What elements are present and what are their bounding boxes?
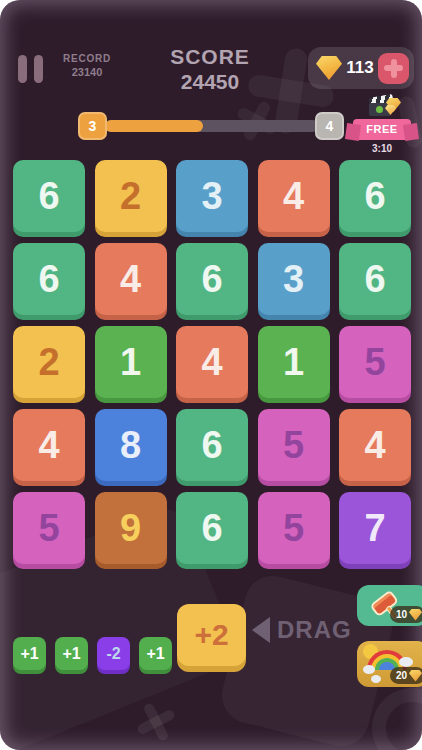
free-ribbon: FREE xyxy=(353,119,411,140)
record-label: RECORD xyxy=(48,53,126,64)
queue-tile-3: -2 xyxy=(97,637,130,670)
pause-button[interactable] xyxy=(18,55,46,83)
grid-tile-r4c1[interactable]: 4 xyxy=(13,409,85,481)
rainbow-cost-badge: 20 xyxy=(390,667,422,684)
grid-tile-r3c5[interactable]: 5 xyxy=(339,326,411,398)
free-timer: 3:10 xyxy=(350,143,414,154)
drag-label: DRAG xyxy=(277,616,352,644)
queue-tile-1: +1 xyxy=(13,637,46,670)
grid-tile-r4c3[interactable]: 6 xyxy=(176,409,248,481)
gem-icon xyxy=(409,609,422,621)
queue-tile-2: +1 xyxy=(55,637,88,670)
grid-tile-r3c1[interactable]: 2 xyxy=(13,326,85,398)
gem-icon xyxy=(409,670,422,682)
rainbow-booster-button[interactable]: 20 xyxy=(357,641,422,687)
grid-tile-r2c3[interactable]: 6 xyxy=(176,243,248,315)
score-value: 24450 xyxy=(146,70,274,94)
grid-tile-r5c2[interactable]: 9 xyxy=(95,492,167,564)
next-level-badge: 4 xyxy=(315,112,344,140)
drag-hint: DRAG xyxy=(252,616,352,644)
grid-tile-r1c1[interactable]: 6 xyxy=(13,160,85,232)
board-grid: 6234664636214154865459657 xyxy=(13,160,411,564)
level-progress-track xyxy=(105,120,319,132)
record-value: 23140 xyxy=(48,66,126,78)
grid-tile-r4c2[interactable]: 8 xyxy=(95,409,167,481)
current-level-badge: 3 xyxy=(78,112,107,140)
hammer-cost: 10 xyxy=(396,609,407,620)
drag-tile[interactable]: +2 xyxy=(177,604,246,666)
grid-tile-r5c3[interactable]: 6 xyxy=(176,492,248,564)
grid-tile-r5c1[interactable]: 5 xyxy=(13,492,85,564)
grid-tile-r2c2[interactable]: 4 xyxy=(95,243,167,315)
grid-tile-r3c2[interactable]: 1 xyxy=(95,326,167,398)
game-screen: RECORD 23140 SCORE 24450 113 3 4 FREE 3:… xyxy=(0,0,422,750)
grid-tile-r3c3[interactable]: 4 xyxy=(176,326,248,398)
cloud-icon xyxy=(363,665,375,674)
cloud-icon xyxy=(371,675,381,683)
hammer-cost-badge: 10 xyxy=(390,606,422,623)
queue-tile-4: +1 xyxy=(139,637,172,670)
deco-x xyxy=(131,697,181,747)
grid-tile-r1c5[interactable]: 6 xyxy=(339,160,411,232)
gem-counter: 113 xyxy=(308,47,414,89)
grid-tile-r3c4[interactable]: 1 xyxy=(258,326,330,398)
left-arrow-icon xyxy=(252,617,270,643)
score-label: SCORE xyxy=(146,45,274,69)
grid-tile-r2c4[interactable]: 3 xyxy=(258,243,330,315)
grid-tile-r4c4[interactable]: 5 xyxy=(258,409,330,481)
gem-count: 113 xyxy=(342,58,378,78)
grid-tile-r4c5[interactable]: 4 xyxy=(339,409,411,481)
score-block: SCORE 24450 xyxy=(146,45,274,94)
grid-tile-r5c5[interactable]: 7 xyxy=(339,492,411,564)
rainbow-cost: 20 xyxy=(396,670,407,681)
grid-tile-r2c5[interactable]: 6 xyxy=(339,243,411,315)
hammer-booster-button[interactable]: 10 xyxy=(357,585,422,626)
add-gems-button[interactable] xyxy=(378,53,409,84)
progress-fill xyxy=(105,120,203,132)
gem-icon xyxy=(316,56,342,80)
record-block: RECORD 23140 xyxy=(48,53,126,78)
grid-tile-r1c3[interactable]: 3 xyxy=(176,160,248,232)
video-reward-icon xyxy=(369,96,395,118)
grid-tile-r5c4[interactable]: 5 xyxy=(258,492,330,564)
cloud-icon xyxy=(399,657,413,667)
pause-icon xyxy=(18,55,27,83)
grid-tile-r1c2[interactable]: 2 xyxy=(95,160,167,232)
grid-tile-r1c4[interactable]: 4 xyxy=(258,160,330,232)
deco-ring xyxy=(372,688,422,750)
free-reward-button[interactable]: FREE 3:10 xyxy=(350,96,414,154)
queue: +1+1-2+1 xyxy=(13,637,172,670)
grid-tile-r2c1[interactable]: 6 xyxy=(13,243,85,315)
